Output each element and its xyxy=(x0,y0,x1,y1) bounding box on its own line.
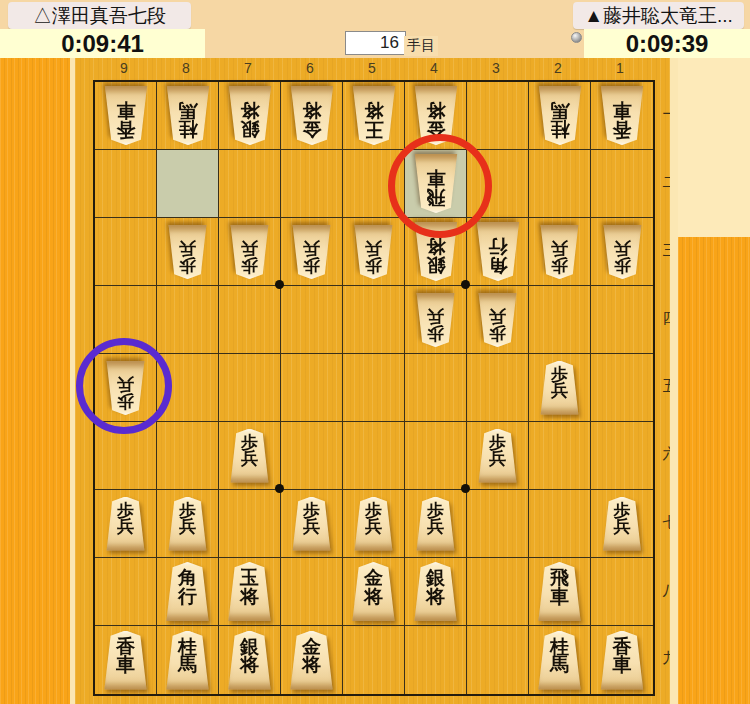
board-cell-2九[interactable]: 桂馬 xyxy=(529,626,591,694)
board-cell-7三[interactable]: 歩兵 xyxy=(219,218,281,286)
gote-piece-歩兵[interactable]: 歩兵 xyxy=(601,225,644,279)
board-cell-8八[interactable]: 角行 xyxy=(157,558,219,626)
board-cell-2四[interactable] xyxy=(529,286,591,354)
top-bar: △澤田真吾七段 0:09:41 16 手目 ▲藤井聡太竜王... 0:09:39 xyxy=(0,0,750,58)
board-grid: 香車桂馬銀将金将王将金将桂馬香車飛車歩兵歩兵歩兵歩兵銀将角行歩兵歩兵歩兵歩兵歩兵… xyxy=(93,80,655,696)
board-cell-6五[interactable] xyxy=(281,354,343,422)
board-cell-6四[interactable] xyxy=(281,286,343,354)
gote-piece-桂馬[interactable]: 桂馬 xyxy=(536,86,584,145)
board-cell-1九[interactable]: 香車 xyxy=(591,626,653,694)
gote-piece-金将[interactable]: 金将 xyxy=(412,86,460,145)
board-cell-1一[interactable]: 香車 xyxy=(591,82,653,150)
sente-piece-桂馬[interactable]: 桂馬 xyxy=(536,631,584,690)
sente-piece-歩兵[interactable]: 歩兵 xyxy=(104,497,147,551)
board-cell-8五[interactable] xyxy=(157,354,219,422)
sente-piece-香車[interactable]: 香車 xyxy=(102,631,150,690)
board-cell-4四[interactable]: 歩兵 xyxy=(405,286,467,354)
board-cell-2一[interactable]: 桂馬 xyxy=(529,82,591,150)
board-cell-6六[interactable] xyxy=(281,422,343,490)
gote-piece-香車[interactable]: 香車 xyxy=(102,86,150,145)
sente-piece-飛車[interactable]: 飛車 xyxy=(536,562,584,621)
gote-piece-歩兵[interactable]: 歩兵 xyxy=(352,225,395,279)
gote-piece-香車[interactable]: 香車 xyxy=(598,86,646,145)
board-cell-2六[interactable] xyxy=(529,422,591,490)
board-cell-7二[interactable] xyxy=(219,150,281,218)
sente-piece-角行[interactable]: 角行 xyxy=(164,562,212,621)
board-cell-5四[interactable] xyxy=(343,286,405,354)
board-cell-8四[interactable] xyxy=(157,286,219,354)
board-cell-7五[interactable] xyxy=(219,354,281,422)
board-cell-4八[interactable]: 銀将 xyxy=(405,558,467,626)
board-cell-3五[interactable] xyxy=(467,354,529,422)
board-cell-6八[interactable] xyxy=(281,558,343,626)
gote-piece-歩兵[interactable]: 歩兵 xyxy=(414,293,457,347)
sente-piece-銀将[interactable]: 銀将 xyxy=(412,562,460,621)
sente-piece-玉将[interactable]: 玉将 xyxy=(226,562,274,621)
star-point xyxy=(461,280,470,289)
board-cell-1四[interactable] xyxy=(591,286,653,354)
file-label-4: 4 xyxy=(403,58,465,78)
board-cell-5三[interactable]: 歩兵 xyxy=(343,218,405,286)
board-cell-2五[interactable]: 歩兵 xyxy=(529,354,591,422)
board-cell-9九[interactable]: 香車 xyxy=(95,626,157,694)
file-label-2: 2 xyxy=(527,58,589,78)
gote-clock: 0:09:41 xyxy=(0,29,205,58)
file-labels: 987654321 xyxy=(93,58,651,78)
board-cell-9一[interactable]: 香車 xyxy=(95,82,157,150)
star-point xyxy=(461,484,470,493)
board-cell-5六[interactable] xyxy=(343,422,405,490)
board-cell-7七[interactable] xyxy=(219,490,281,558)
gote-player-name: △澤田真吾七段 xyxy=(8,2,191,29)
board-cell-8三[interactable]: 歩兵 xyxy=(157,218,219,286)
right-separator xyxy=(670,58,678,704)
gote-piece-歩兵[interactable]: 歩兵 xyxy=(290,225,333,279)
board-cell-3二[interactable] xyxy=(467,150,529,218)
board-cell-2三[interactable]: 歩兵 xyxy=(529,218,591,286)
board-cell-9二[interactable] xyxy=(95,150,157,218)
board-cell-7八[interactable]: 玉将 xyxy=(219,558,281,626)
board-cell-4七[interactable]: 歩兵 xyxy=(405,490,467,558)
right-margin-top xyxy=(678,58,750,237)
board-cell-4六[interactable] xyxy=(405,422,467,490)
gote-piece-桂馬[interactable]: 桂馬 xyxy=(164,86,212,145)
board-cell-8六[interactable] xyxy=(157,422,219,490)
sente-piece-歩兵[interactable]: 歩兵 xyxy=(166,497,209,551)
sente-piece-香車[interactable]: 香車 xyxy=(598,631,646,690)
board-cell-8九[interactable]: 桂馬 xyxy=(157,626,219,694)
sente-piece-金将[interactable]: 金将 xyxy=(288,631,336,690)
sente-piece-歩兵[interactable]: 歩兵 xyxy=(290,497,333,551)
board-cell-7六[interactable]: 歩兵 xyxy=(219,422,281,490)
board-cell-5八[interactable]: 金将 xyxy=(343,558,405,626)
sente-piece-桂馬[interactable]: 桂馬 xyxy=(164,631,212,690)
board-cell-4五[interactable] xyxy=(405,354,467,422)
board-cell-5二[interactable] xyxy=(343,150,405,218)
board-cell-3九[interactable] xyxy=(467,626,529,694)
gote-piece-王将[interactable]: 王将 xyxy=(350,86,398,145)
file-label-6: 6 xyxy=(279,58,341,78)
board-cell-6三[interactable]: 歩兵 xyxy=(281,218,343,286)
board-cell-3三[interactable]: 角行 xyxy=(467,218,529,286)
board-cell-1七[interactable]: 歩兵 xyxy=(591,490,653,558)
board-cell-3四[interactable]: 歩兵 xyxy=(467,286,529,354)
sente-piece-歩兵[interactable]: 歩兵 xyxy=(476,429,519,483)
status-sphere-icon xyxy=(571,32,582,43)
board-cell-6二[interactable] xyxy=(281,150,343,218)
board-cell-8一[interactable]: 桂馬 xyxy=(157,82,219,150)
sente-piece-歩兵[interactable]: 歩兵 xyxy=(601,497,644,551)
board-cell-3一[interactable] xyxy=(467,82,529,150)
sente-piece-金将[interactable]: 金将 xyxy=(350,562,398,621)
board-cell-3八[interactable] xyxy=(467,558,529,626)
gote-piece-歩兵[interactable]: 歩兵 xyxy=(166,225,209,279)
left-margin xyxy=(0,58,70,704)
file-label-9: 9 xyxy=(93,58,155,78)
board-cell-7九[interactable]: 銀将 xyxy=(219,626,281,694)
board-cell-6九[interactable]: 金将 xyxy=(281,626,343,694)
board-cell-2二[interactable] xyxy=(529,150,591,218)
gote-piece-金将[interactable]: 金将 xyxy=(288,86,336,145)
gote-piece-歩兵[interactable]: 歩兵 xyxy=(538,225,581,279)
board-cell-9七[interactable]: 歩兵 xyxy=(95,490,157,558)
sente-piece-歩兵[interactable]: 歩兵 xyxy=(352,497,395,551)
main-area: 987654321 一二三四五六七八九 香車桂馬銀将金将王将金将桂馬香車飛車歩兵… xyxy=(0,58,750,704)
move-number-input[interactable]: 16 xyxy=(345,31,406,55)
board-cell-5五[interactable] xyxy=(343,354,405,422)
shogi-board: 987654321 一二三四五六七八九 香車桂馬銀将金将王将金将桂馬香車飛車歩兵… xyxy=(75,58,670,704)
board-cell-2八[interactable]: 飛車 xyxy=(529,558,591,626)
board-cell-9五[interactable]: 歩兵 xyxy=(95,354,157,422)
gote-piece-歩兵[interactable]: 歩兵 xyxy=(476,293,519,347)
sente-piece-銀将[interactable]: 銀将 xyxy=(226,631,274,690)
gote-piece-角行[interactable]: 角行 xyxy=(474,222,522,281)
board-cell-8二[interactable] xyxy=(157,150,219,218)
sente-clock: 0:09:39 xyxy=(584,29,750,58)
board-cell-9四[interactable] xyxy=(95,286,157,354)
sente-piece-歩兵[interactable]: 歩兵 xyxy=(414,497,457,551)
sente-player-name: ▲藤井聡太竜王... xyxy=(573,2,744,29)
board-cell-7四[interactable] xyxy=(219,286,281,354)
board-cell-8七[interactable]: 歩兵 xyxy=(157,490,219,558)
gote-piece-歩兵[interactable]: 歩兵 xyxy=(104,361,147,415)
board-cell-4九[interactable] xyxy=(405,626,467,694)
board-cell-3六[interactable]: 歩兵 xyxy=(467,422,529,490)
board-cell-1八[interactable] xyxy=(591,558,653,626)
board-cell-1五[interactable] xyxy=(591,354,653,422)
board-cell-6七[interactable]: 歩兵 xyxy=(281,490,343,558)
file-label-5: 5 xyxy=(341,58,403,78)
board-cell-9六[interactable] xyxy=(95,422,157,490)
file-label-3: 3 xyxy=(465,58,527,78)
board-cell-5七[interactable]: 歩兵 xyxy=(343,490,405,558)
gote-piece-歩兵[interactable]: 歩兵 xyxy=(228,225,271,279)
board-cell-1六[interactable] xyxy=(591,422,653,490)
move-number-label: 手目 xyxy=(404,36,438,56)
right-margin-bottom xyxy=(678,237,750,704)
sente-piece-歩兵[interactable]: 歩兵 xyxy=(538,361,581,415)
board-cell-3七[interactable] xyxy=(467,490,529,558)
board-cell-9八[interactable] xyxy=(95,558,157,626)
sente-piece-歩兵[interactable]: 歩兵 xyxy=(228,429,271,483)
gote-piece-飛車[interactable]: 飛車 xyxy=(412,154,460,213)
board-cell-9三[interactable] xyxy=(95,218,157,286)
file-label-8: 8 xyxy=(155,58,217,78)
file-label-1: 1 xyxy=(589,58,651,78)
board-cell-1二[interactable] xyxy=(591,150,653,218)
star-point xyxy=(275,280,284,289)
board-cell-2七[interactable] xyxy=(529,490,591,558)
board-cell-4三[interactable]: 銀将 xyxy=(405,218,467,286)
star-point xyxy=(275,484,284,493)
board-cell-4一[interactable]: 金将 xyxy=(405,82,467,150)
board-cell-5九[interactable] xyxy=(343,626,405,694)
board-cell-7一[interactable]: 銀将 xyxy=(219,82,281,150)
gote-piece-銀将[interactable]: 銀将 xyxy=(226,86,274,145)
board-cell-1三[interactable]: 歩兵 xyxy=(591,218,653,286)
board-cell-5一[interactable]: 王将 xyxy=(343,82,405,150)
board-cell-4二[interactable]: 飛車 xyxy=(405,150,467,218)
file-label-7: 7 xyxy=(217,58,279,78)
gote-piece-銀将[interactable]: 銀将 xyxy=(412,222,460,281)
board-cell-6一[interactable]: 金将 xyxy=(281,82,343,150)
